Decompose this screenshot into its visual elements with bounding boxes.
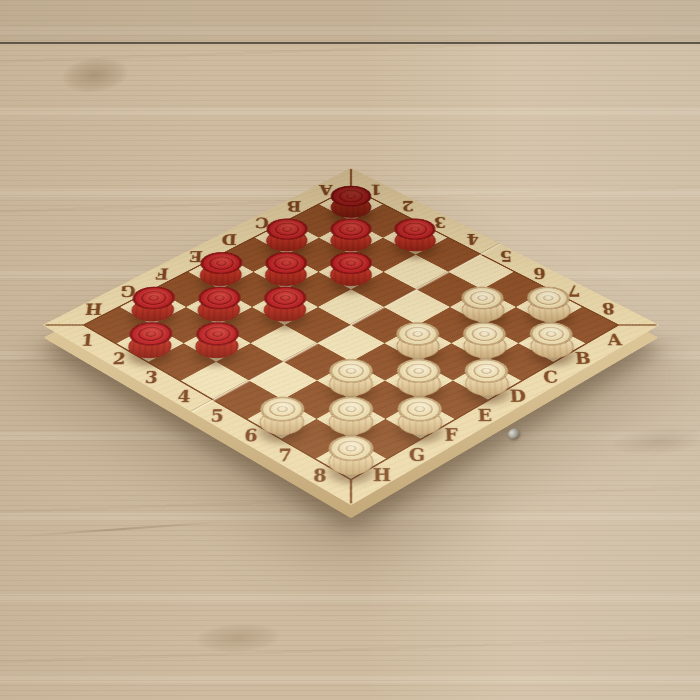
square-e7[interactable] <box>385 362 453 400</box>
checker-wood-g7[interactable] <box>319 401 382 437</box>
square-f8[interactable] <box>385 400 454 439</box>
checker-side <box>320 367 382 402</box>
checker-top-face <box>388 391 451 426</box>
square-h7[interactable] <box>281 419 351 459</box>
checker-wood-h8[interactable] <box>319 440 383 477</box>
square-f6[interactable] <box>317 362 385 400</box>
square-d8[interactable] <box>453 362 521 400</box>
square-e6[interactable] <box>351 343 418 380</box>
checker-side <box>319 405 382 441</box>
checker-side <box>388 405 451 441</box>
checker-wood-e7[interactable] <box>388 363 450 398</box>
square-g7[interactable] <box>317 400 386 439</box>
square-h2[interactable] <box>117 325 184 362</box>
square-g3[interactable] <box>184 325 251 362</box>
checker-side <box>387 330 448 364</box>
square-h5[interactable] <box>214 381 282 419</box>
square-f4[interactable] <box>251 325 318 362</box>
floor-knot <box>611 424 700 458</box>
checker-side <box>119 330 180 364</box>
checker-wood-d6[interactable] <box>387 327 448 361</box>
square-g8[interactable] <box>351 419 421 459</box>
checker-side <box>454 330 515 364</box>
checker-top-face <box>320 354 382 388</box>
square-h4[interactable] <box>181 362 249 400</box>
square-g5[interactable] <box>249 362 317 400</box>
square-e8[interactable] <box>419 381 487 419</box>
floor-knot <box>60 54 130 96</box>
checker-wood-f8[interactable] <box>388 401 451 437</box>
checker-top-face <box>319 430 383 467</box>
square-g4[interactable] <box>216 343 283 380</box>
square-c8[interactable] <box>486 343 553 380</box>
floor-scratch <box>18 521 228 538</box>
checker-wood-c7[interactable] <box>454 327 515 361</box>
checker-top-face <box>320 391 383 426</box>
floor-plank-seam <box>0 0 700 44</box>
checker-wood-d8[interactable] <box>456 363 518 398</box>
stage: AABBCCDDEEFFGGHH1122334455667788 <box>0 0 700 700</box>
square-c7[interactable] <box>451 325 518 362</box>
checker-wood-b8[interactable] <box>521 327 582 361</box>
square-d6[interactable] <box>384 325 451 362</box>
checker-side <box>388 367 450 402</box>
checker-side <box>319 444 383 481</box>
square-h6[interactable] <box>248 400 317 439</box>
checker-top-face <box>251 391 314 426</box>
checker-side <box>250 405 313 441</box>
square-d7[interactable] <box>418 343 485 380</box>
checker-wood-h6[interactable] <box>250 401 313 437</box>
checker-top-face <box>388 354 450 388</box>
square-f7[interactable] <box>351 381 419 419</box>
checker-side <box>456 367 518 402</box>
square-h3[interactable] <box>149 343 216 380</box>
checker-red-g3[interactable] <box>186 327 247 361</box>
checker-top-face <box>455 354 517 388</box>
checker-side <box>186 330 247 364</box>
square-e5[interactable] <box>318 325 385 362</box>
checker-wood-f6[interactable] <box>320 363 382 398</box>
square-f5[interactable] <box>284 343 351 380</box>
floor-knot <box>195 622 280 654</box>
square-b8[interactable] <box>518 325 585 362</box>
checker-red-h2[interactable] <box>119 327 180 361</box>
checker-side <box>521 330 582 364</box>
square-h8[interactable] <box>316 439 386 479</box>
square-g6[interactable] <box>283 381 351 419</box>
